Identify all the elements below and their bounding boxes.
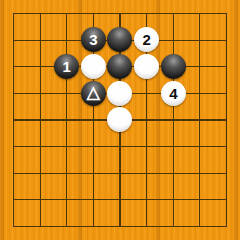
go-board[interactable]: 321△4 [0,0,240,240]
stone-white-c5r4[interactable] [107,81,132,106]
triangle-mark-icon: △ [87,84,100,101]
stone-black-c5r2[interactable] [107,27,132,52]
board-intersections[interactable]: 321△4 [0,0,240,240]
stone-black-c7r3[interactable] [161,54,186,79]
stone-white-c5r5[interactable] [107,107,132,132]
stone-white-c6r3[interactable] [134,54,159,79]
stone-black-c4r4[interactable]: △ [81,81,106,106]
stone-black-c3r3[interactable]: 1 [54,54,79,79]
stone-white-c7r4[interactable]: 4 [161,81,186,106]
move-number-label: 2 [142,32,150,47]
move-number-label: 1 [62,59,70,74]
stone-white-c4r3[interactable] [81,54,106,79]
move-number-label: 3 [89,32,97,47]
move-number-label: 4 [169,85,177,100]
stone-white-c6r2[interactable]: 2 [134,27,159,52]
stone-black-c4r2[interactable]: 3 [81,27,106,52]
stone-black-c5r3[interactable] [107,54,132,79]
